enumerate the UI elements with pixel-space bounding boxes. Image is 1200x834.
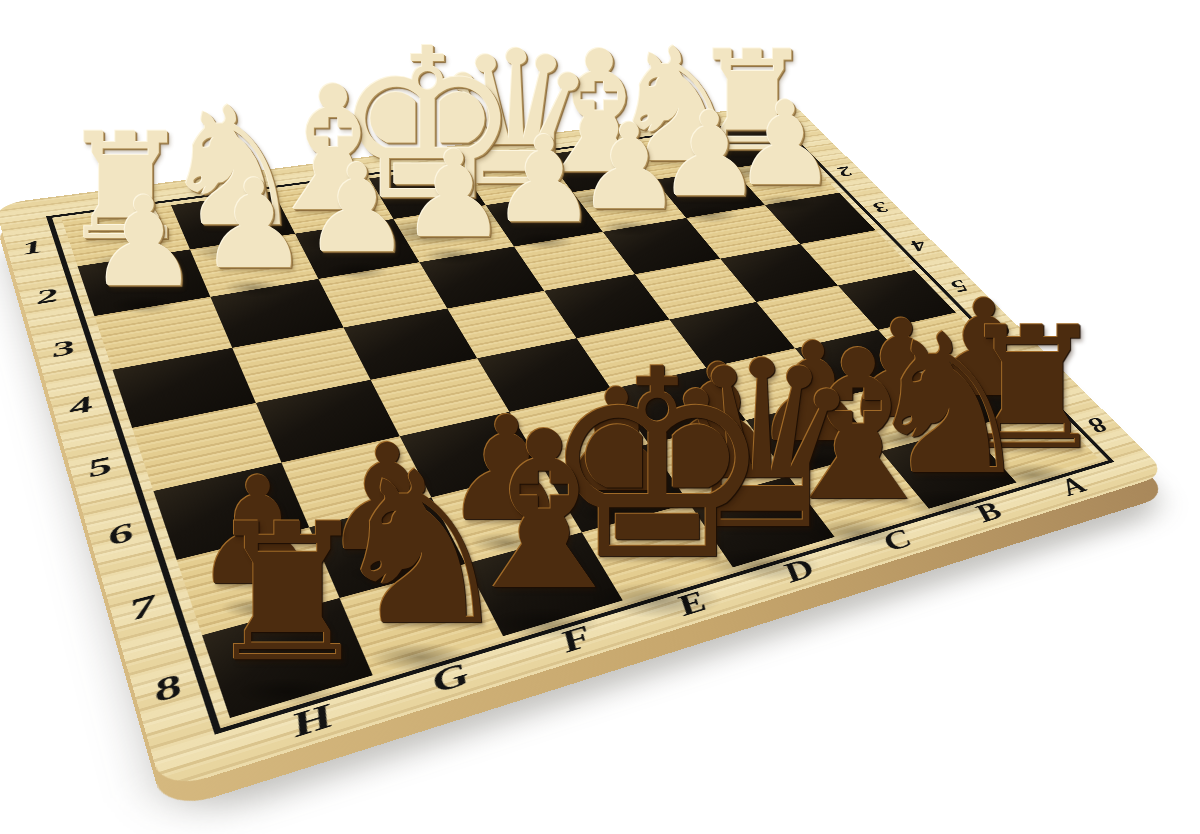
piece-contact-shadow [513, 233, 574, 250]
piece-contact-shadow [599, 219, 660, 236]
piece-contact-shadow [423, 247, 485, 264]
pawn-glyph: ♟ [88, 180, 199, 304]
piece-black-rook-h8[interactable]: ♜ [202, 499, 372, 689]
piece-contact-shadow [326, 263, 389, 280]
rook-glyph: ♜ [202, 499, 372, 689]
piece-contact-shadow [112, 297, 176, 315]
piece-contact-shadow [238, 678, 336, 705]
pawn-glyph: ♟ [400, 134, 508, 254]
piece-white-pawn-h2[interactable]: ♟ [88, 180, 199, 304]
piece-contact-shadow [679, 207, 739, 224]
piece-contact-shadow [367, 643, 476, 673]
pieces-layer: ♜♞♝♚♛♝♞♜♟♟♟♟♟♟♟♟♟♟♟♟♟♟♟♟♜♞♝♚♛♝♞♜ [0, 0, 1200, 834]
chess-set-photo: 123456782345678HGFEDCBA ♜♞♝♚♛♝♞♜♟♟♟♟♟♟♟♟… [0, 0, 1200, 834]
piece-white-pawn-g2[interactable]: ♟ [199, 163, 309, 286]
piece-white-pawn-e2[interactable]: ♟ [400, 134, 508, 254]
pawn-glyph: ♟ [199, 163, 309, 286]
pawn-glyph: ♟ [303, 148, 412, 270]
piece-white-pawn-f2[interactable]: ♟ [303, 148, 412, 270]
